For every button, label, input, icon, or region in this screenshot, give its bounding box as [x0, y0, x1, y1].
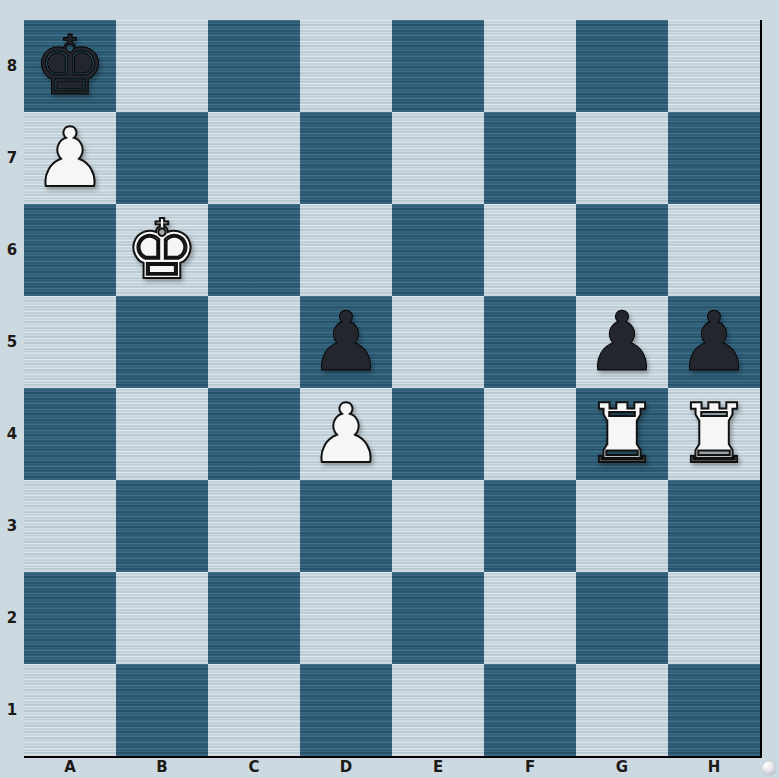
piece-black-pawn[interactable]: ♟ [309, 296, 383, 388]
square-a2[interactable] [24, 572, 116, 664]
square-b4[interactable] [116, 388, 208, 480]
piece-white-rook[interactable]: ♜ [677, 388, 751, 480]
square-h2[interactable] [668, 572, 760, 664]
square-c3[interactable] [208, 480, 300, 572]
file-label-f: F [484, 758, 576, 778]
square-h6[interactable] [668, 204, 760, 296]
square-a6[interactable] [24, 204, 116, 296]
rank-label-1: 1 [0, 664, 24, 756]
square-h1[interactable] [668, 664, 760, 756]
square-e6[interactable] [392, 204, 484, 296]
file-label-d: D [300, 758, 392, 778]
square-h4[interactable]: ♜ [668, 388, 760, 480]
square-f8[interactable] [484, 20, 576, 112]
square-g8[interactable] [576, 20, 668, 112]
square-d2[interactable] [300, 572, 392, 664]
square-d1[interactable] [300, 664, 392, 756]
square-h5[interactable]: ♟ [668, 296, 760, 388]
square-d6[interactable] [300, 204, 392, 296]
square-f6[interactable] [484, 204, 576, 296]
chess-board: ♚♟♚♟♟♟♟♜♜ [24, 20, 762, 758]
square-c1[interactable] [208, 664, 300, 756]
square-e8[interactable] [392, 20, 484, 112]
square-f1[interactable] [484, 664, 576, 756]
square-d4[interactable]: ♟ [300, 388, 392, 480]
piece-black-pawn[interactable]: ♟ [585, 296, 659, 388]
rank-label-2: 2 [0, 572, 24, 664]
file-label-b: B [116, 758, 208, 778]
square-g5[interactable]: ♟ [576, 296, 668, 388]
square-a4[interactable] [24, 388, 116, 480]
chess-board-widget: ♚♟♚♟♟♟♟♜♜ 87654321 ABCDEFGH [0, 0, 779, 778]
square-b6[interactable]: ♚ [116, 204, 208, 296]
square-b2[interactable] [116, 572, 208, 664]
square-g2[interactable] [576, 572, 668, 664]
file-label-a: A [24, 758, 116, 778]
rank-label-6: 6 [0, 204, 24, 296]
square-c5[interactable] [208, 296, 300, 388]
square-b7[interactable] [116, 112, 208, 204]
square-f7[interactable] [484, 112, 576, 204]
square-a8[interactable]: ♚ [24, 20, 116, 112]
piece-white-king[interactable]: ♚ [125, 204, 199, 296]
piece-white-pawn[interactable]: ♟ [33, 112, 107, 204]
square-d5[interactable]: ♟ [300, 296, 392, 388]
file-label-e: E [392, 758, 484, 778]
square-h8[interactable] [668, 20, 760, 112]
square-c7[interactable] [208, 112, 300, 204]
square-c8[interactable] [208, 20, 300, 112]
square-b3[interactable] [116, 480, 208, 572]
rank-label-7: 7 [0, 112, 24, 204]
square-h3[interactable] [668, 480, 760, 572]
square-e3[interactable] [392, 480, 484, 572]
square-f3[interactable] [484, 480, 576, 572]
side-to-move-indicator [762, 761, 776, 775]
file-label-g: G [576, 758, 668, 778]
square-d7[interactable] [300, 112, 392, 204]
square-g3[interactable] [576, 480, 668, 572]
square-e7[interactable] [392, 112, 484, 204]
square-d8[interactable] [300, 20, 392, 112]
square-e2[interactable] [392, 572, 484, 664]
square-d3[interactable] [300, 480, 392, 572]
rank-label-4: 4 [0, 388, 24, 480]
file-label-c: C [208, 758, 300, 778]
square-f5[interactable] [484, 296, 576, 388]
square-b8[interactable] [116, 20, 208, 112]
square-e1[interactable] [392, 664, 484, 756]
square-e5[interactable] [392, 296, 484, 388]
rank-label-5: 5 [0, 296, 24, 388]
square-h7[interactable] [668, 112, 760, 204]
square-b1[interactable] [116, 664, 208, 756]
square-a1[interactable] [24, 664, 116, 756]
square-g7[interactable] [576, 112, 668, 204]
square-g1[interactable] [576, 664, 668, 756]
square-a5[interactable] [24, 296, 116, 388]
piece-black-king[interactable]: ♚ [33, 20, 107, 112]
square-g6[interactable] [576, 204, 668, 296]
rank-label-8: 8 [0, 20, 24, 112]
square-g4[interactable]: ♜ [576, 388, 668, 480]
rank-label-3: 3 [0, 480, 24, 572]
square-f4[interactable] [484, 388, 576, 480]
square-a3[interactable] [24, 480, 116, 572]
square-e4[interactable] [392, 388, 484, 480]
piece-white-rook[interactable]: ♜ [585, 388, 659, 480]
file-label-h: H [668, 758, 760, 778]
square-c2[interactable] [208, 572, 300, 664]
square-c6[interactable] [208, 204, 300, 296]
piece-black-pawn[interactable]: ♟ [677, 296, 751, 388]
piece-white-pawn[interactable]: ♟ [309, 388, 383, 480]
square-b5[interactable] [116, 296, 208, 388]
square-c4[interactable] [208, 388, 300, 480]
square-f2[interactable] [484, 572, 576, 664]
square-a7[interactable]: ♟ [24, 112, 116, 204]
